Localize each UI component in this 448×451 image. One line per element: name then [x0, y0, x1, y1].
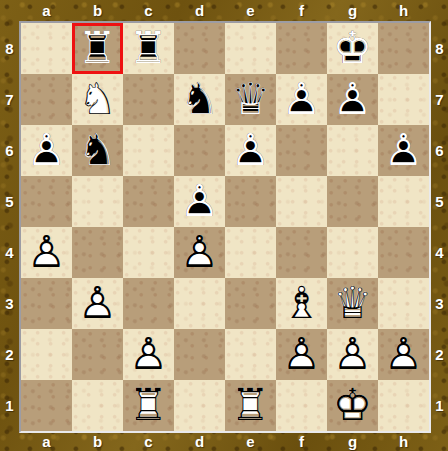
rank-label-right-3: 3 — [431, 278, 448, 329]
rank-label-left-2: 2 — [0, 329, 19, 380]
square-b6[interactable]: ♞♘ — [72, 125, 123, 176]
square-f3[interactable]: ♝♗ — [276, 278, 327, 329]
queen-glyph-outline: ♕ — [225, 74, 276, 125]
square-c2[interactable]: ♟♙ — [123, 329, 174, 380]
square-h2[interactable]: ♟♙ — [378, 329, 429, 380]
piece-white-pawn[interactable]: ♟♙ — [21, 227, 72, 278]
rook-glyph-outline: ♖ — [123, 23, 174, 74]
square-a6[interactable]: ♟♙ — [21, 125, 72, 176]
square-c5[interactable] — [123, 176, 174, 227]
piece-white-rook[interactable]: ♜♖ — [225, 380, 276, 431]
file-label-top-a: a — [21, 0, 72, 21]
square-h7[interactable] — [378, 74, 429, 125]
piece-black-pawn[interactable]: ♟♙ — [327, 74, 378, 125]
pawn-glyph-outline: ♙ — [225, 125, 276, 176]
square-g8[interactable]: ♚♔ — [327, 23, 378, 74]
rank-label-left-7: 7 — [0, 74, 19, 125]
bishop-glyph-outline: ♗ — [276, 278, 327, 329]
knight-glyph-outline: ♘ — [174, 74, 225, 125]
square-d3[interactable] — [174, 278, 225, 329]
pawn-glyph-outline: ♙ — [123, 329, 174, 380]
piece-black-knight[interactable]: ♞♘ — [174, 74, 225, 125]
square-f6[interactable] — [276, 125, 327, 176]
king-glyph-outline: ♔ — [327, 23, 378, 74]
knight-glyph-outline: ♘ — [72, 125, 123, 176]
square-g2[interactable]: ♟♙ — [327, 329, 378, 380]
board-frame: ♜♖♜♖♚♔♞♘♞♘♛♕♟♙♟♙♟♙♞♘♟♙♟♙♟♙♟♙♟♙♟♙♝♗♛♕♟♙♟♙… — [19, 21, 431, 433]
piece-white-knight[interactable]: ♞♘ — [72, 74, 123, 125]
piece-white-pawn[interactable]: ♟♙ — [276, 329, 327, 380]
square-f7[interactable]: ♟♙ — [276, 74, 327, 125]
square-b1[interactable] — [72, 380, 123, 431]
square-b8[interactable]: ♜♖ — [72, 23, 123, 74]
rank-label-right-2: 2 — [431, 329, 448, 380]
square-a1[interactable] — [21, 380, 72, 431]
square-h3[interactable] — [378, 278, 429, 329]
piece-black-pawn[interactable]: ♟♙ — [378, 125, 429, 176]
rook-glyph-outline: ♖ — [72, 23, 123, 74]
square-f5[interactable] — [276, 176, 327, 227]
piece-black-rook[interactable]: ♜♖ — [72, 23, 123, 74]
rank-label-left-5: 5 — [0, 176, 19, 227]
square-b3[interactable]: ♟♙ — [72, 278, 123, 329]
piece-black-pawn[interactable]: ♟♙ — [21, 125, 72, 176]
square-b4[interactable] — [72, 227, 123, 278]
square-e5[interactable] — [225, 176, 276, 227]
piece-black-pawn[interactable]: ♟♙ — [276, 74, 327, 125]
square-a5[interactable] — [21, 176, 72, 227]
pawn-glyph-outline: ♙ — [21, 125, 72, 176]
rank-label-right-1: 1 — [431, 380, 448, 431]
chess-board: ♜♖♜♖♚♔♞♘♞♘♛♕♟♙♟♙♟♙♞♘♟♙♟♙♟♙♟♙♟♙♟♙♝♗♛♕♟♙♟♙… — [21, 23, 429, 431]
pawn-glyph-outline: ♙ — [276, 329, 327, 380]
queen-glyph-outline: ♕ — [327, 278, 378, 329]
rank-label-left-6: 6 — [0, 125, 19, 176]
piece-white-pawn[interactable]: ♟♙ — [174, 227, 225, 278]
square-g5[interactable] — [327, 176, 378, 227]
pawn-glyph-outline: ♙ — [72, 278, 123, 329]
file-label-top-d: d — [174, 0, 225, 21]
file-label-bottom-f: f — [276, 433, 327, 451]
square-d7[interactable]: ♞♘ — [174, 74, 225, 125]
square-d2[interactable] — [174, 329, 225, 380]
square-c1[interactable]: ♜♖ — [123, 380, 174, 431]
pawn-glyph-outline: ♙ — [21, 227, 72, 278]
rank-label-right-5: 5 — [431, 176, 448, 227]
file-label-bottom-h: h — [378, 433, 429, 451]
square-d6[interactable] — [174, 125, 225, 176]
square-e2[interactable] — [225, 329, 276, 380]
rook-glyph-outline: ♖ — [225, 380, 276, 431]
rank-label-left-4: 4 — [0, 227, 19, 278]
square-e6[interactable]: ♟♙ — [225, 125, 276, 176]
square-e4[interactable] — [225, 227, 276, 278]
file-label-bottom-c: c — [123, 433, 174, 451]
piece-black-pawn[interactable]: ♟♙ — [225, 125, 276, 176]
square-e3[interactable] — [225, 278, 276, 329]
piece-white-queen[interactable]: ♛♕ — [327, 278, 378, 329]
square-e8[interactable] — [225, 23, 276, 74]
wood-border-frame: ♜♖♜♖♚♔♞♘♞♘♛♕♟♙♟♙♟♙♞♘♟♙♟♙♟♙♟♙♟♙♟♙♝♗♛♕♟♙♟♙… — [0, 0, 448, 451]
piece-white-pawn[interactable]: ♟♙ — [72, 278, 123, 329]
square-h6[interactable]: ♟♙ — [378, 125, 429, 176]
square-b2[interactable] — [72, 329, 123, 380]
square-f8[interactable] — [276, 23, 327, 74]
pawn-glyph-outline: ♙ — [327, 329, 378, 380]
square-a4[interactable]: ♟♙ — [21, 227, 72, 278]
square-f1[interactable] — [276, 380, 327, 431]
rank-label-left-8: 8 — [0, 23, 19, 74]
piece-white-king[interactable]: ♚♔ — [327, 380, 378, 431]
pawn-glyph-outline: ♙ — [174, 227, 225, 278]
square-b5[interactable] — [72, 176, 123, 227]
pawn-glyph-outline: ♙ — [327, 74, 378, 125]
square-h5[interactable] — [378, 176, 429, 227]
rook-glyph-outline: ♖ — [123, 380, 174, 431]
piece-white-pawn[interactable]: ♟♙ — [327, 329, 378, 380]
piece-black-king[interactable]: ♚♔ — [327, 23, 378, 74]
square-c7[interactable] — [123, 74, 174, 125]
square-e7[interactable]: ♛♕ — [225, 74, 276, 125]
piece-white-pawn[interactable]: ♟♙ — [378, 329, 429, 380]
file-label-bottom-b: b — [72, 433, 123, 451]
square-c8[interactable]: ♜♖ — [123, 23, 174, 74]
square-c6[interactable] — [123, 125, 174, 176]
file-label-bottom-e: e — [225, 433, 276, 451]
king-glyph-outline: ♔ — [327, 380, 378, 431]
square-a3[interactable] — [21, 278, 72, 329]
rank-label-right-8: 8 — [431, 23, 448, 74]
square-b7[interactable]: ♞♘ — [72, 74, 123, 125]
piece-black-pawn[interactable]: ♟♙ — [174, 176, 225, 227]
square-g6[interactable] — [327, 125, 378, 176]
piece-black-knight[interactable]: ♞♘ — [72, 125, 123, 176]
rank-label-left-3: 3 — [0, 278, 19, 329]
knight-glyph-outline: ♘ — [72, 74, 123, 125]
pawn-glyph-outline: ♙ — [378, 329, 429, 380]
square-h8[interactable] — [378, 23, 429, 74]
square-g3[interactable]: ♛♕ — [327, 278, 378, 329]
file-label-bottom-g: g — [327, 433, 378, 451]
square-a2[interactable] — [21, 329, 72, 380]
square-h4[interactable] — [378, 227, 429, 278]
file-label-top-g: g — [327, 0, 378, 21]
square-d4[interactable]: ♟♙ — [174, 227, 225, 278]
file-label-bottom-d: d — [174, 433, 225, 451]
file-label-top-c: c — [123, 0, 174, 21]
file-label-top-e: e — [225, 0, 276, 21]
square-a7[interactable] — [21, 74, 72, 125]
square-e1[interactable]: ♜♖ — [225, 380, 276, 431]
square-g4[interactable] — [327, 227, 378, 278]
square-d1[interactable] — [174, 380, 225, 431]
square-c3[interactable] — [123, 278, 174, 329]
rank-label-right-4: 4 — [431, 227, 448, 278]
square-d5[interactable]: ♟♙ — [174, 176, 225, 227]
file-label-top-b: b — [72, 0, 123, 21]
square-a8[interactable] — [21, 23, 72, 74]
square-f2[interactable]: ♟♙ — [276, 329, 327, 380]
piece-white-rook[interactable]: ♜♖ — [123, 380, 174, 431]
piece-black-queen[interactable]: ♛♕ — [225, 74, 276, 125]
square-g7[interactable]: ♟♙ — [327, 74, 378, 125]
file-label-top-h: h — [378, 0, 429, 21]
file-label-top-f: f — [276, 0, 327, 21]
rank-label-right-6: 6 — [431, 125, 448, 176]
square-g1[interactable]: ♚♔ — [327, 380, 378, 431]
square-d8[interactable] — [174, 23, 225, 74]
square-f4[interactable] — [276, 227, 327, 278]
piece-white-pawn[interactable]: ♟♙ — [123, 329, 174, 380]
file-label-bottom-a: a — [21, 433, 72, 451]
rank-label-right-7: 7 — [431, 74, 448, 125]
rank-label-left-1: 1 — [0, 380, 19, 431]
pawn-glyph-outline: ♙ — [276, 74, 327, 125]
piece-white-bishop[interactable]: ♝♗ — [276, 278, 327, 329]
pawn-glyph-outline: ♙ — [174, 176, 225, 227]
pawn-glyph-outline: ♙ — [378, 125, 429, 176]
piece-black-rook[interactable]: ♜♖ — [123, 23, 174, 74]
square-c4[interactable] — [123, 227, 174, 278]
square-h1[interactable] — [378, 380, 429, 431]
